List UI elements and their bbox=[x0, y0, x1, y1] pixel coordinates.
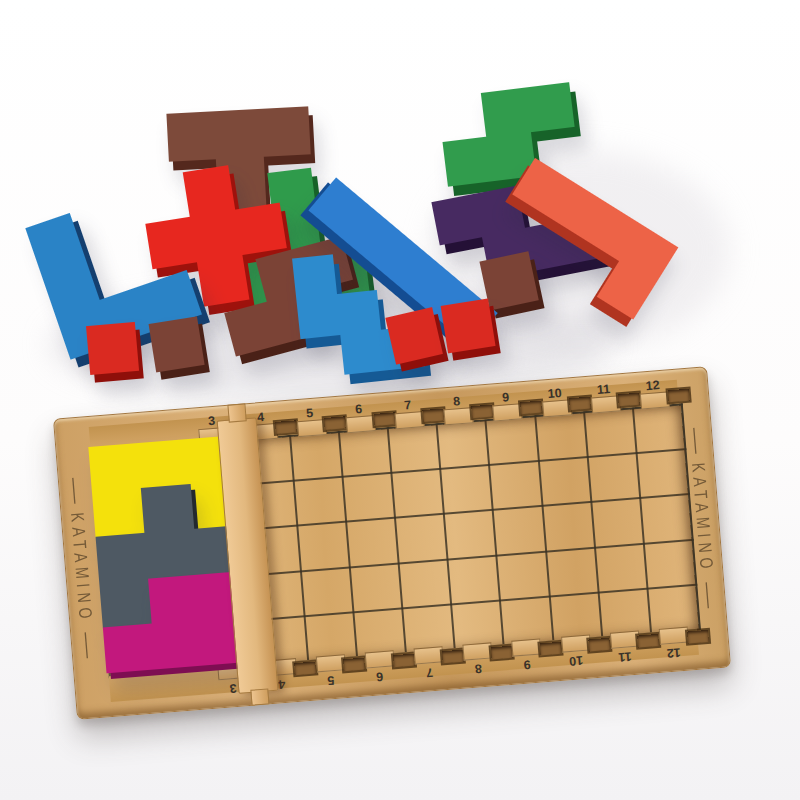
magenta-P-pentomino-cell bbox=[148, 574, 202, 624]
magenta-P-pentomino-cell bbox=[152, 619, 206, 669]
green-Z-piece-cell bbox=[481, 88, 531, 138]
red-cube-mid[interactable] bbox=[385, 307, 441, 363]
red-cube-mid-cell bbox=[385, 307, 443, 365]
brown-cube-left[interactable] bbox=[149, 317, 204, 372]
red-cube-left[interactable] bbox=[86, 322, 138, 374]
placed-pieces bbox=[54, 367, 730, 718]
brown-T-pentomino-cell bbox=[166, 111, 216, 161]
brown-T-pentomino-cell bbox=[260, 106, 310, 156]
red-cube-right[interactable] bbox=[441, 299, 495, 353]
red-X-pentomino-cell bbox=[234, 203, 287, 256]
red-cube-left-cell bbox=[86, 322, 139, 375]
red-cube-right-cell bbox=[441, 298, 496, 353]
green-Z-piece-cell bbox=[524, 82, 574, 132]
katamino-board: KATAMINO KATAMINO 3456789101112 34567891… bbox=[53, 366, 731, 720]
green-Z-piece-cell bbox=[442, 137, 492, 187]
magenta-P-pentomino-cell bbox=[103, 623, 157, 673]
katamino-scene: KATAMINO KATAMINO 3456789101112 34567891… bbox=[0, 0, 800, 800]
brown-T-pentomino-cell bbox=[213, 109, 263, 159]
brown-cube-left-cell bbox=[149, 316, 205, 372]
green-Z-piece[interactable] bbox=[437, 82, 579, 185]
blue-W-pentomino-cell bbox=[336, 290, 381, 335]
blue-W-pentomino-cell bbox=[340, 330, 385, 375]
blue-W-pentomino-cell bbox=[292, 254, 337, 299]
blue-W-pentomino-cell bbox=[296, 294, 341, 339]
